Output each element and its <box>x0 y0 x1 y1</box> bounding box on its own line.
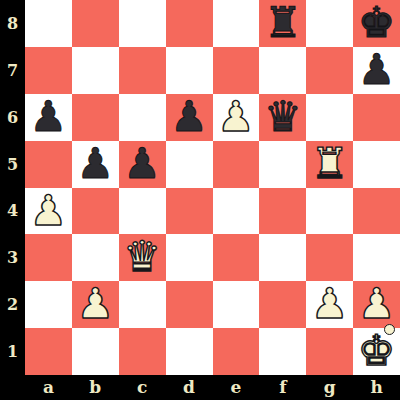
square-d7[interactable] <box>166 47 213 94</box>
square-g7[interactable] <box>306 47 353 94</box>
square-f3[interactable] <box>259 234 306 281</box>
square-a8[interactable] <box>25 0 72 47</box>
rank-label-2: 2 <box>0 281 25 328</box>
rank-label-5: 5 <box>0 141 25 188</box>
square-b2[interactable]: ♟ <box>72 281 119 328</box>
square-a7[interactable] <box>25 47 72 94</box>
square-h1[interactable]: ♚ <box>353 328 400 375</box>
square-h4[interactable] <box>353 188 400 235</box>
square-h7[interactable]: ♟ <box>353 47 400 94</box>
square-b6[interactable] <box>72 94 119 141</box>
chess-puzzle-board: 87654321 ♜♚♟♟♟♟♛♟♟♜♟♛♟♟♟♚ abcdefgh <box>0 0 400 400</box>
square-a1[interactable] <box>25 328 72 375</box>
square-a5[interactable] <box>25 141 72 188</box>
square-c2[interactable] <box>119 281 166 328</box>
black-king: ♚ <box>358 0 396 47</box>
file-label-a: a <box>25 375 72 400</box>
square-c5[interactable]: ♟ <box>119 141 166 188</box>
square-a4[interactable]: ♟ <box>25 188 72 235</box>
file-label-c: c <box>119 375 166 400</box>
square-f2[interactable] <box>259 281 306 328</box>
square-f8[interactable]: ♜ <box>259 0 306 47</box>
black-pawn: ♟ <box>30 94 68 141</box>
rank-label-4: 4 <box>0 188 25 235</box>
file-label-h: h <box>353 375 400 400</box>
square-e5[interactable] <box>213 141 260 188</box>
square-h2[interactable]: ♟ <box>353 281 400 328</box>
square-e4[interactable] <box>213 188 260 235</box>
square-d3[interactable] <box>166 234 213 281</box>
black-pawn: ♟ <box>76 141 114 188</box>
square-f5[interactable] <box>259 141 306 188</box>
white-pawn: ♟ <box>358 281 396 328</box>
chess-board: ♜♚♟♟♟♟♛♟♟♜♟♛♟♟♟♚ <box>25 0 400 375</box>
rank-label-7: 7 <box>0 47 25 94</box>
black-rook: ♜ <box>264 0 302 47</box>
square-b1[interactable] <box>72 328 119 375</box>
square-e6[interactable]: ♟ <box>213 94 260 141</box>
square-c6[interactable] <box>119 94 166 141</box>
black-pawn: ♟ <box>170 94 208 141</box>
square-h8[interactable]: ♚ <box>353 0 400 47</box>
white-pawn: ♟ <box>217 94 255 141</box>
square-g1[interactable] <box>306 328 353 375</box>
black-queen: ♛ <box>264 94 302 141</box>
square-d5[interactable] <box>166 141 213 188</box>
file-labels: abcdefgh <box>25 375 400 400</box>
black-pawn: ♟ <box>358 47 396 94</box>
square-g2[interactable]: ♟ <box>306 281 353 328</box>
square-f4[interactable] <box>259 188 306 235</box>
square-d2[interactable] <box>166 281 213 328</box>
square-b7[interactable] <box>72 47 119 94</box>
rank-label-8: 8 <box>0 0 25 47</box>
white-queen: ♛ <box>123 234 161 281</box>
white-pawn: ♟ <box>311 281 349 328</box>
white-pawn: ♟ <box>30 188 68 235</box>
square-d1[interactable] <box>166 328 213 375</box>
square-g5[interactable]: ♜ <box>306 141 353 188</box>
square-d6[interactable]: ♟ <box>166 94 213 141</box>
square-b4[interactable] <box>72 188 119 235</box>
rank-label-6: 6 <box>0 94 25 141</box>
square-e2[interactable] <box>213 281 260 328</box>
square-g8[interactable] <box>306 0 353 47</box>
file-label-e: e <box>213 375 260 400</box>
square-b3[interactable] <box>72 234 119 281</box>
file-label-d: d <box>166 375 213 400</box>
square-a6[interactable]: ♟ <box>25 94 72 141</box>
rank-label-3: 3 <box>0 234 25 281</box>
file-label-g: g <box>306 375 353 400</box>
white-rook: ♜ <box>311 141 349 188</box>
square-c8[interactable] <box>119 0 166 47</box>
square-g3[interactable] <box>306 234 353 281</box>
square-c4[interactable] <box>119 188 166 235</box>
square-g4[interactable] <box>306 188 353 235</box>
square-e3[interactable] <box>213 234 260 281</box>
square-f7[interactable] <box>259 47 306 94</box>
square-d8[interactable] <box>166 0 213 47</box>
square-b5[interactable]: ♟ <box>72 141 119 188</box>
white-to-move-indicator <box>384 324 395 335</box>
square-c7[interactable] <box>119 47 166 94</box>
square-f6[interactable]: ♛ <box>259 94 306 141</box>
file-label-b: b <box>72 375 119 400</box>
square-f1[interactable] <box>259 328 306 375</box>
square-b8[interactable] <box>72 0 119 47</box>
file-label-f: f <box>259 375 306 400</box>
square-h6[interactable] <box>353 94 400 141</box>
white-pawn: ♟ <box>76 281 114 328</box>
square-e8[interactable] <box>213 0 260 47</box>
square-c3[interactable]: ♛ <box>119 234 166 281</box>
square-e7[interactable] <box>213 47 260 94</box>
square-h5[interactable] <box>353 141 400 188</box>
black-pawn: ♟ <box>123 141 161 188</box>
rank-labels: 87654321 <box>0 0 25 375</box>
square-g6[interactable] <box>306 94 353 141</box>
square-d4[interactable] <box>166 188 213 235</box>
square-h3[interactable] <box>353 234 400 281</box>
square-a2[interactable] <box>25 281 72 328</box>
rank-label-1: 1 <box>0 328 25 375</box>
white-king: ♚ <box>358 328 396 375</box>
square-e1[interactable] <box>213 328 260 375</box>
square-c1[interactable] <box>119 328 166 375</box>
square-a3[interactable] <box>25 234 72 281</box>
